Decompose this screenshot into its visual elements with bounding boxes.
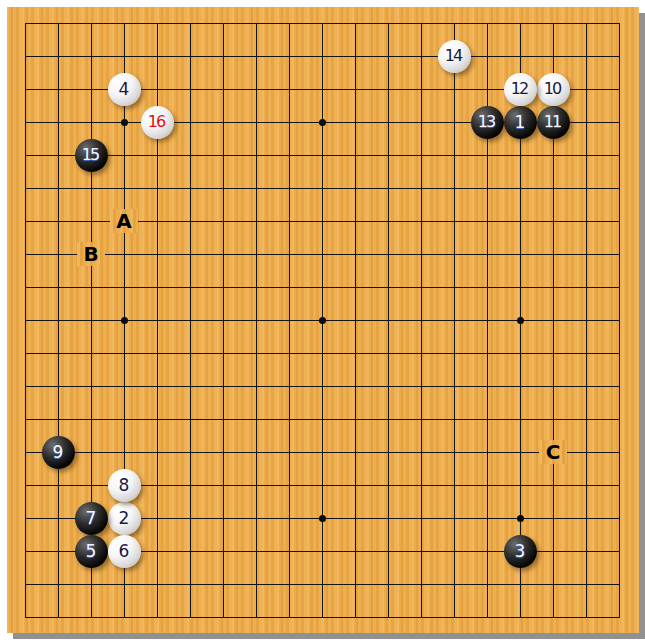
star-point	[121, 317, 128, 324]
stone-white-D4[interactable]: 2	[108, 502, 141, 535]
grid-line-horizontal	[25, 617, 620, 618]
move-number: 2	[119, 510, 130, 527]
grid-line-horizontal	[25, 584, 620, 585]
move-number: 3	[515, 543, 526, 560]
grid-line-vertical	[355, 23, 356, 618]
star-point	[319, 119, 326, 126]
move-number: 12	[511, 81, 527, 97]
star-point	[517, 317, 524, 324]
grid-line-vertical	[454, 23, 455, 618]
grid-line-vertical	[586, 23, 587, 618]
stone-white-D17[interactable]: 4	[108, 73, 141, 106]
move-number: 4	[119, 81, 130, 98]
stone-black-P16[interactable]: 13	[471, 106, 504, 139]
stone-white-Q17[interactable]: 12	[504, 73, 537, 106]
stone-black-B6[interactable]: 9	[42, 436, 75, 469]
label-B[interactable]: B	[77, 242, 105, 266]
stone-black-R16[interactable]: 11	[537, 106, 570, 139]
move-number: 13	[478, 114, 494, 130]
star-point	[517, 515, 524, 522]
stone-white-E16[interactable]: 16	[141, 106, 174, 139]
stone-black-C15[interactable]: 15	[75, 139, 108, 172]
move-number: 16	[148, 114, 164, 130]
stone-black-Q16[interactable]: 1	[504, 106, 537, 139]
label-C[interactable]: C	[539, 440, 567, 464]
label-A[interactable]: A	[110, 209, 138, 233]
grid-line-horizontal	[25, 353, 620, 354]
move-number: 11	[544, 114, 560, 130]
move-number: 14	[445, 48, 461, 64]
grid-line-vertical	[421, 23, 422, 618]
move-number: 15	[82, 147, 98, 163]
stone-white-R17[interactable]: 10	[537, 73, 570, 106]
go-board: 12345678910111213141516ABC	[7, 7, 639, 633]
page: { "game": "go", "board": { "size": 19, "…	[0, 0, 645, 643]
move-number: 6	[119, 543, 130, 560]
stone-black-C4[interactable]: 7	[75, 502, 108, 535]
grid-line-vertical	[619, 23, 620, 618]
stone-white-D3[interactable]: 6	[108, 535, 141, 568]
stone-black-Q3[interactable]: 3	[504, 535, 537, 568]
star-point	[319, 317, 326, 324]
board-grid[interactable]: 12345678910111213141516ABC	[25, 23, 620, 618]
stone-white-D5[interactable]: 8	[108, 469, 141, 502]
star-point	[319, 515, 326, 522]
move-number: 5	[86, 543, 97, 560]
grid-line-horizontal	[25, 386, 620, 387]
move-number: 7	[86, 510, 97, 527]
grid-line-vertical	[388, 23, 389, 618]
move-number: 8	[119, 477, 130, 494]
grid-line-horizontal	[25, 452, 620, 453]
move-number: 9	[53, 444, 64, 461]
stone-black-C3[interactable]: 5	[75, 535, 108, 568]
move-number: 1	[515, 114, 526, 131]
star-point	[121, 119, 128, 126]
grid-line-horizontal	[25, 419, 620, 420]
move-number: 10	[544, 81, 560, 97]
stone-white-O18[interactable]: 14	[438, 40, 471, 73]
